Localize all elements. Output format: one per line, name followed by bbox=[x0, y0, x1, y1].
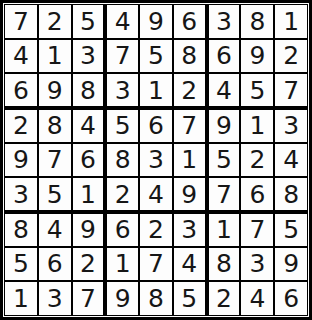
cell-r1c6[interactable]: 6 bbox=[173, 4, 207, 39]
cell-r6c6[interactable]: 9 bbox=[173, 177, 207, 212]
cell-r6c4[interactable]: 2 bbox=[105, 177, 139, 212]
cell-r4c6[interactable]: 7 bbox=[173, 108, 207, 143]
cell-r4c8[interactable]: 1 bbox=[240, 108, 274, 143]
cell-r7c8[interactable]: 7 bbox=[240, 212, 274, 247]
cell-r2c2[interactable]: 1 bbox=[38, 39, 72, 74]
cell-r5c5[interactable]: 3 bbox=[139, 143, 173, 178]
cell-r8c8[interactable]: 3 bbox=[240, 247, 274, 282]
cell-r8c6[interactable]: 4 bbox=[173, 247, 207, 282]
cell-r7c2[interactable]: 4 bbox=[38, 212, 72, 247]
cell-r4c7[interactable]: 9 bbox=[207, 108, 241, 143]
cell-r5c6[interactable]: 1 bbox=[173, 143, 207, 178]
cell-r2c8[interactable]: 9 bbox=[240, 39, 274, 74]
cell-r8c5[interactable]: 7 bbox=[139, 247, 173, 282]
cell-r2c1[interactable]: 4 bbox=[4, 39, 38, 74]
cell-r6c3[interactable]: 1 bbox=[72, 177, 106, 212]
cell-r1c2[interactable]: 2 bbox=[38, 4, 72, 39]
cell-r3c3[interactable]: 8 bbox=[72, 73, 106, 108]
cell-r7c6[interactable]: 3 bbox=[173, 212, 207, 247]
cell-r9c3[interactable]: 7 bbox=[72, 281, 106, 316]
cell-r9c8[interactable]: 4 bbox=[240, 281, 274, 316]
cell-r6c1[interactable]: 3 bbox=[4, 177, 38, 212]
cell-r6c5[interactable]: 4 bbox=[139, 177, 173, 212]
cell-r1c8[interactable]: 8 bbox=[240, 4, 274, 39]
cell-r9c5[interactable]: 8 bbox=[139, 281, 173, 316]
cell-r7c1[interactable]: 8 bbox=[4, 212, 38, 247]
sudoku-board-wrap: 7254963814137586926983124572845679139768… bbox=[0, 0, 312, 320]
cell-r8c7[interactable]: 8 bbox=[207, 247, 241, 282]
cell-r3c4[interactable]: 3 bbox=[105, 73, 139, 108]
cell-r9c1[interactable]: 1 bbox=[4, 281, 38, 316]
cell-r5c9[interactable]: 4 bbox=[274, 143, 308, 178]
cell-r6c8[interactable]: 6 bbox=[240, 177, 274, 212]
cell-r5c1[interactable]: 9 bbox=[4, 143, 38, 178]
cell-r1c3[interactable]: 5 bbox=[72, 4, 106, 39]
cell-r7c3[interactable]: 9 bbox=[72, 212, 106, 247]
cell-r2c5[interactable]: 5 bbox=[139, 39, 173, 74]
cell-r1c4[interactable]: 4 bbox=[105, 4, 139, 39]
cell-r2c7[interactable]: 6 bbox=[207, 39, 241, 74]
cell-r9c7[interactable]: 2 bbox=[207, 281, 241, 316]
cell-r8c4[interactable]: 1 bbox=[105, 247, 139, 282]
cell-r7c4[interactable]: 6 bbox=[105, 212, 139, 247]
cell-r1c5[interactable]: 9 bbox=[139, 4, 173, 39]
cell-r7c7[interactable]: 1 bbox=[207, 212, 241, 247]
cell-r5c2[interactable]: 7 bbox=[38, 143, 72, 178]
cell-r2c4[interactable]: 7 bbox=[105, 39, 139, 74]
cell-r8c9[interactable]: 9 bbox=[274, 247, 308, 282]
cell-r7c9[interactable]: 5 bbox=[274, 212, 308, 247]
cell-r9c4[interactable]: 9 bbox=[105, 281, 139, 316]
cell-r9c2[interactable]: 3 bbox=[38, 281, 72, 316]
cell-r8c1[interactable]: 5 bbox=[4, 247, 38, 282]
cell-r1c9[interactable]: 1 bbox=[274, 4, 308, 39]
cell-r4c2[interactable]: 8 bbox=[38, 108, 72, 143]
cell-r1c1[interactable]: 7 bbox=[4, 4, 38, 39]
cell-r1c7[interactable]: 3 bbox=[207, 4, 241, 39]
cell-r4c9[interactable]: 3 bbox=[274, 108, 308, 143]
cell-r9c9[interactable]: 6 bbox=[274, 281, 308, 316]
cell-r7c5[interactable]: 2 bbox=[139, 212, 173, 247]
cell-r3c5[interactable]: 1 bbox=[139, 73, 173, 108]
cell-r4c5[interactable]: 6 bbox=[139, 108, 173, 143]
cell-r6c9[interactable]: 8 bbox=[274, 177, 308, 212]
cell-r3c7[interactable]: 4 bbox=[207, 73, 241, 108]
cell-r8c3[interactable]: 2 bbox=[72, 247, 106, 282]
cell-r4c4[interactable]: 5 bbox=[105, 108, 139, 143]
cell-r3c1[interactable]: 6 bbox=[4, 73, 38, 108]
cell-r5c4[interactable]: 8 bbox=[105, 143, 139, 178]
cell-r3c9[interactable]: 7 bbox=[274, 73, 308, 108]
cell-r5c7[interactable]: 5 bbox=[207, 143, 241, 178]
cell-r3c6[interactable]: 2 bbox=[173, 73, 207, 108]
cell-r9c6[interactable]: 5 bbox=[173, 281, 207, 316]
cell-r5c3[interactable]: 6 bbox=[72, 143, 106, 178]
cell-r8c2[interactable]: 6 bbox=[38, 247, 72, 282]
cell-r2c9[interactable]: 2 bbox=[274, 39, 308, 74]
cell-r3c2[interactable]: 9 bbox=[38, 73, 72, 108]
cell-r6c7[interactable]: 7 bbox=[207, 177, 241, 212]
cell-r3c8[interactable]: 5 bbox=[240, 73, 274, 108]
cell-r6c2[interactable]: 5 bbox=[38, 177, 72, 212]
cell-r4c1[interactable]: 2 bbox=[4, 108, 38, 143]
cell-r2c3[interactable]: 3 bbox=[72, 39, 106, 74]
cell-r5c8[interactable]: 2 bbox=[240, 143, 274, 178]
cell-r4c3[interactable]: 4 bbox=[72, 108, 106, 143]
cell-r2c6[interactable]: 8 bbox=[173, 39, 207, 74]
sudoku-board: 7254963814137586926983124572845679139768… bbox=[0, 0, 312, 320]
